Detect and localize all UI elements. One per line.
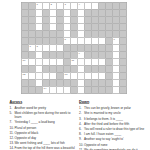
- clue-text: She is married to my uncle: [84, 111, 148, 115]
- clue-text: Opposite of black: [15, 131, 76, 135]
- blocked-cell: [29, 17, 36, 24]
- grid-cell[interactable]: [57, 45, 64, 52]
- grid-cell[interactable]: [64, 17, 71, 24]
- grid-cell[interactable]: 12: [22, 73, 29, 80]
- down-clue-item: 1.This can be grizzly, brown or polar: [79, 106, 148, 110]
- blocked-cell: [92, 17, 99, 24]
- grid-cell[interactable]: [57, 59, 64, 66]
- grid-cell[interactable]: [113, 59, 120, 66]
- blocked-cell: [36, 38, 43, 45]
- grid-cell[interactable]: [64, 87, 71, 94]
- grid-cell[interactable]: [113, 52, 120, 59]
- blocked-cell: [64, 66, 71, 73]
- down-clue-item: 3.It belongs to them. It is ____: [79, 116, 148, 120]
- grid-cell[interactable]: [85, 3, 92, 10]
- grid-cell[interactable]: [92, 3, 99, 10]
- grid-cell[interactable]: [64, 31, 71, 38]
- blocked-cell: [113, 3, 120, 10]
- blocked-cell: [43, 66, 50, 73]
- blocked-cell: [99, 31, 106, 38]
- blocked-cell: [57, 80, 64, 87]
- blocked-cell: [22, 3, 29, 10]
- grid-cell[interactable]: [50, 87, 57, 94]
- blocked-cell: [92, 31, 99, 38]
- grid-cell[interactable]: [113, 66, 120, 73]
- across-clue-list: 1.Another word for pretty5.Most children…: [10, 106, 76, 150]
- blocked-cell: [120, 38, 127, 45]
- clue-text: Yesterday I ____ a loud bang: [15, 120, 76, 124]
- blocked-cell: [29, 52, 36, 59]
- grid-cell[interactable]: [64, 24, 71, 31]
- blocked-cell: [92, 80, 99, 87]
- grid-cell[interactable]: [43, 73, 50, 80]
- grid-cell[interactable]: [78, 66, 85, 73]
- grid-cell[interactable]: [57, 3, 64, 10]
- grid-cell[interactable]: [43, 59, 50, 66]
- blocked-cell: [29, 80, 36, 87]
- down-clue-list: 1.This can be grizzly, brown or polar2.S…: [79, 106, 148, 150]
- grid-cell[interactable]: [29, 73, 36, 80]
- blocked-cell: [120, 17, 127, 24]
- blocked-cell: [29, 38, 36, 45]
- grid-cell[interactable]: [50, 73, 57, 80]
- clue-text: We went fishing and ____ lots of fish: [15, 141, 76, 145]
- blocked-cell: [120, 3, 127, 10]
- down-heading: Down: [79, 99, 148, 104]
- grid-cell[interactable]: 10: [22, 59, 29, 66]
- blocked-cell: [120, 73, 127, 80]
- grid-cell[interactable]: [78, 87, 85, 94]
- across-clues-section: Across 1.Another word for pretty5.Most c…: [10, 99, 76, 150]
- grid-cell[interactable]: 7: [29, 45, 36, 52]
- blocked-cell: [106, 3, 113, 10]
- grid-cell[interactable]: [36, 73, 43, 80]
- blocked-cell: [120, 66, 127, 73]
- blocked-cell: [120, 80, 127, 87]
- blocked-cell: [50, 38, 57, 45]
- blocked-cell: [43, 52, 50, 59]
- blocked-cell: [29, 66, 36, 73]
- grid-cell[interactable]: [50, 45, 57, 52]
- blocked-cell: [113, 10, 120, 17]
- grid-cell[interactable]: [99, 73, 106, 80]
- grid-cell[interactable]: [78, 38, 85, 45]
- grid-cell[interactable]: 9: [78, 52, 85, 59]
- blocked-cell: [36, 31, 43, 38]
- blocked-cell: [113, 31, 120, 38]
- blocked-cell: [106, 52, 113, 59]
- blocked-cell: [22, 38, 29, 45]
- blocked-cell: [22, 87, 29, 94]
- grid-cell[interactable]: [99, 59, 106, 66]
- blocked-cell: [71, 66, 78, 73]
- cell-number: 14: [44, 87, 47, 90]
- grid-cell[interactable]: [78, 73, 85, 80]
- blocked-cell: [85, 31, 92, 38]
- blocked-cell: [22, 24, 29, 31]
- blocked-cell: [71, 10, 78, 17]
- blocked-cell: [71, 17, 78, 24]
- blocked-cell: [99, 52, 106, 59]
- blocked-cell: [22, 52, 29, 59]
- blocked-cell: [64, 59, 71, 66]
- clue-text: I am full. I have eaten ____: [84, 132, 148, 136]
- grid-cell[interactable]: [57, 87, 64, 94]
- blocked-cell: [29, 31, 36, 38]
- grid-cell[interactable]: [92, 38, 99, 45]
- grid-cell[interactable]: [113, 87, 120, 94]
- blocked-cell: [106, 87, 113, 94]
- cell-number: 2: [51, 3, 52, 6]
- grid-cell[interactable]: 1: [36, 3, 43, 10]
- grid-cell[interactable]: [92, 73, 99, 80]
- blocked-cell: [85, 87, 92, 94]
- grid-cell[interactable]: [36, 80, 43, 87]
- clue-text: Opposite of day: [15, 136, 76, 140]
- blocked-cell: [106, 59, 113, 66]
- grid-cell[interactable]: [64, 10, 71, 17]
- blocked-cell: [29, 24, 36, 31]
- clue-text: Most children go here during the week to…: [15, 111, 76, 118]
- blocked-cell: [29, 3, 36, 10]
- blocked-cell: [106, 31, 113, 38]
- grid-cell[interactable]: [36, 17, 43, 24]
- clue-text: We do something immediately, we do it st…: [84, 148, 148, 150]
- grid-cell[interactable]: [78, 17, 85, 24]
- blocked-cell: [64, 52, 71, 59]
- cell-number: 6: [114, 38, 115, 41]
- grid-cell[interactable]: [113, 80, 120, 87]
- blocked-cell: [43, 38, 50, 45]
- blocked-cell: [120, 45, 127, 52]
- blocked-cell: [57, 52, 64, 59]
- blocked-cell: [120, 10, 127, 17]
- grid-cell[interactable]: [85, 73, 92, 80]
- blocked-cell: [120, 52, 127, 59]
- grid-cell[interactable]: [92, 59, 99, 66]
- cell-number: 4: [79, 3, 80, 6]
- blocked-cell: [43, 17, 50, 24]
- blocked-cell: [43, 24, 50, 31]
- grid-cell[interactable]: 11: [71, 59, 78, 66]
- grid-cell[interactable]: [43, 3, 50, 10]
- blocked-cell: [113, 24, 120, 31]
- blocked-cell: [85, 52, 92, 59]
- grid-cell[interactable]: 6: [113, 38, 120, 45]
- grid-cell[interactable]: [71, 3, 78, 10]
- cell-number: 12: [23, 73, 26, 76]
- blocked-cell: [57, 17, 64, 24]
- blocked-cell: [85, 17, 92, 24]
- blocked-cell: [85, 24, 92, 31]
- blocked-cell: [99, 10, 106, 17]
- grid-cell[interactable]: [78, 10, 85, 17]
- cell-number: 7: [30, 45, 31, 48]
- blocked-cell: [64, 80, 71, 87]
- cell-number: 13: [65, 73, 68, 76]
- grid-cell[interactable]: [113, 73, 120, 80]
- grid-cell[interactable]: [50, 17, 57, 24]
- blocked-cell: [22, 10, 29, 17]
- grid-cell[interactable]: [29, 59, 36, 66]
- blocked-cell: [64, 45, 71, 52]
- blocked-cell: [50, 31, 57, 38]
- down-clue-item: 11.We do something immediately, we do it…: [79, 148, 148, 150]
- across-clue-item: 11.Opposite of black: [10, 131, 76, 135]
- grid-cell[interactable]: [85, 38, 92, 45]
- grid-cell[interactable]: 13: [64, 73, 71, 80]
- blocked-cell: [99, 80, 106, 87]
- blocked-cell: [106, 17, 113, 24]
- down-clues-section: Down 1.This can be grizzly, brown or pol…: [79, 99, 148, 150]
- blocked-cell: [57, 10, 64, 17]
- blocked-cell: [85, 10, 92, 17]
- clue-text: You will need a ruler to draw this type …: [84, 127, 148, 131]
- blocked-cell: [99, 17, 106, 24]
- blocked-cell: [85, 45, 92, 52]
- grid-cell[interactable]: 8: [36, 45, 43, 52]
- blocked-cell: [85, 66, 92, 73]
- blocked-cell: [106, 73, 113, 80]
- blocked-cell: [99, 3, 106, 10]
- cell-number: 1: [37, 3, 38, 6]
- blocked-cell: [99, 66, 106, 73]
- blocked-cell: [71, 87, 78, 94]
- cell-number: 8: [37, 45, 38, 48]
- blocked-cell: [85, 80, 92, 87]
- blocked-cell: [22, 17, 29, 24]
- clue-text: This can be grizzly, brown or polar: [84, 106, 148, 110]
- grid-cell[interactable]: [78, 80, 85, 87]
- blocked-cell: [57, 73, 64, 80]
- grid-cell[interactable]: [50, 24, 57, 31]
- grid-cell[interactable]: [36, 52, 43, 59]
- across-clue-item: 12.Opposite of day: [10, 136, 76, 140]
- blocked-cell: [57, 38, 64, 45]
- blocked-cell: [99, 45, 106, 52]
- blocked-cell: [120, 24, 127, 31]
- across-clue-item: 7.Yesterday I ____ a loud bang: [10, 120, 76, 124]
- clue-text: Plural of person: [15, 125, 76, 129]
- cell-number: 11: [72, 59, 75, 62]
- cell-number: 3: [65, 3, 66, 6]
- blocked-cell: [78, 45, 85, 52]
- across-clue-item: 13.We went fishing and ____ lots of fish: [10, 141, 76, 145]
- grid-cell[interactable]: [71, 38, 78, 45]
- grid-cell[interactable]: [113, 45, 120, 52]
- grid-cell[interactable]: [50, 59, 57, 66]
- blocked-cell: [92, 45, 99, 52]
- across-clue-item: 5.Most children go here during the week …: [10, 111, 76, 118]
- grid-cell[interactable]: [78, 59, 85, 66]
- grid-cell[interactable]: [43, 45, 50, 52]
- clue-text: From the top of the hill there was a bea…: [15, 146, 76, 150]
- grid-cell[interactable]: [36, 66, 43, 73]
- down-clue-item: 6.You will need a ruler to draw this typ…: [79, 127, 148, 131]
- blocked-cell: [99, 87, 106, 94]
- down-clue-item: 4.After the third and before the fifth: [79, 122, 148, 126]
- blocked-cell: [99, 24, 106, 31]
- grid-cell[interactable]: [78, 24, 85, 31]
- blocked-cell: [120, 31, 127, 38]
- grid-cell[interactable]: [71, 73, 78, 80]
- cell-number: 10: [23, 59, 26, 62]
- grid-cell[interactable]: [36, 10, 43, 17]
- cell-number: 5: [65, 38, 66, 41]
- clue-text: Opposite of none: [84, 142, 148, 146]
- blocked-cell: [50, 66, 57, 73]
- blocked-cell: [106, 66, 113, 73]
- across-clue-item: 14.From the top of the hill there was a …: [10, 146, 76, 150]
- grid-cell[interactable]: [85, 59, 92, 66]
- grid-cell[interactable]: [36, 24, 43, 31]
- grid-cell[interactable]: [36, 59, 43, 66]
- down-clue-item: 9.Another way to say 'ought to': [79, 137, 148, 141]
- down-clue-item: 8.I am full. I have eaten ____: [79, 132, 148, 136]
- blocked-cell: [22, 80, 29, 87]
- worksheet-page: 1234567891011121314 Across 1.Another wor…: [0, 0, 150, 150]
- blocked-cell: [106, 10, 113, 17]
- blocked-cell: [106, 80, 113, 87]
- blocked-cell: [36, 87, 43, 94]
- grid-cell[interactable]: 3: [64, 3, 71, 10]
- grid-cell[interactable]: [99, 38, 106, 45]
- blocked-cell: [50, 80, 57, 87]
- clue-text: It belongs to them. It is ____: [84, 116, 148, 120]
- blocked-cell: [29, 10, 36, 17]
- blocked-cell: [50, 52, 57, 59]
- blocked-cell: [71, 45, 78, 52]
- blocked-cell: [71, 31, 78, 38]
- blocked-cell: [71, 24, 78, 31]
- down-clue-item: 10.Opposite of none: [79, 142, 148, 146]
- blocked-cell: [106, 45, 113, 52]
- blocked-cell: [92, 10, 99, 17]
- blocked-cell: [92, 66, 99, 73]
- across-clue-item: 10.Plural of person: [10, 125, 76, 129]
- clue-text: Another word for pretty: [15, 106, 76, 110]
- grid-cell[interactable]: 14: [43, 87, 50, 94]
- blocked-cell: [29, 87, 36, 94]
- blocked-cell: [57, 66, 64, 73]
- blocked-cell: [106, 38, 113, 45]
- blocked-cell: [22, 66, 29, 73]
- blocked-cell: [22, 45, 29, 52]
- blocked-cell: [22, 31, 29, 38]
- clue-text: After the third and before the fifth: [84, 122, 148, 126]
- across-clue-item: 1.Another word for pretty: [10, 106, 76, 110]
- blocked-cell: [71, 80, 78, 87]
- clue-text: Another way to say 'ought to': [84, 137, 148, 141]
- blocked-cell: [92, 87, 99, 94]
- grid-cell[interactable]: 2: [50, 3, 57, 10]
- blocked-cell: [120, 59, 127, 66]
- blocked-cell: [113, 17, 120, 24]
- across-heading: Across: [10, 99, 76, 104]
- grid-cell[interactable]: 4: [78, 3, 85, 10]
- blocked-cell: [57, 31, 64, 38]
- blocked-cell: [92, 24, 99, 31]
- blocked-cell: [106, 24, 113, 31]
- down-clue-item: 2.She is married to my uncle: [79, 111, 148, 115]
- grid-cell[interactable]: [50, 10, 57, 17]
- blocked-cell: [120, 87, 127, 94]
- blocked-cell: [43, 10, 50, 17]
- blocked-cell: [92, 52, 99, 59]
- blocked-cell: [57, 24, 64, 31]
- grid-cell[interactable]: [78, 31, 85, 38]
- blocked-cell: [43, 31, 50, 38]
- cell-number: 9: [79, 52, 80, 55]
- blocked-cell: [71, 52, 78, 59]
- crossword-grid: 1234567891011121314: [21, 2, 127, 94]
- blocked-cell: [43, 80, 50, 87]
- grid-cell[interactable]: 5: [64, 38, 71, 45]
